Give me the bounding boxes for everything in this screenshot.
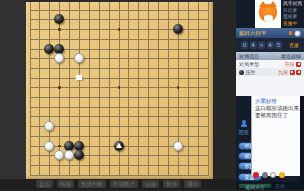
list-row[interactable]: 连胜九段 [236, 68, 304, 76]
game-meta-lines: 高手对局升段赛慢棋赛直播中 [283, 0, 304, 26]
clock-tile: 0 [241, 41, 248, 49]
white-stone [64, 150, 74, 160]
star-point [177, 86, 180, 89]
last-move-triangle-marker [116, 143, 122, 148]
toolbar-button[interactable]: 悔棋 [57, 180, 74, 188]
grid-line [30, 78, 209, 79]
grid-line [30, 175, 209, 176]
black-stone [74, 141, 84, 151]
grid-line [89, 2, 90, 176]
clock-tile: × [258, 41, 265, 49]
black-stone [64, 141, 74, 151]
meta-line: 高手对局 [283, 0, 303, 6]
clock-side-text: 直播 [289, 42, 299, 48]
toolbar-button[interactable]: 认输 [142, 180, 159, 188]
red-badge-icon [296, 62, 301, 67]
grid-line [39, 2, 40, 176]
star-point [118, 86, 121, 89]
sidebar-bottom-text: 在线 [275, 183, 285, 189]
emoji-button[interactable] [253, 172, 259, 178]
red-badge-icon [290, 70, 295, 75]
grid-line [30, 2, 31, 176]
grid-line [30, 39, 209, 40]
black-stone-icon [239, 70, 244, 75]
meta-line: 慢棋赛 [283, 13, 303, 19]
meta-line: 直播中 [283, 20, 303, 26]
star-point [58, 86, 61, 89]
grid-line [30, 116, 209, 117]
toolbar-button[interactable]: 暂停 [163, 180, 180, 188]
right-sidebar: 高手对局升段赛慢棋赛直播中 贴目六目半 04×45直播 对局信息 最近战绩 对局… [236, 0, 304, 190]
white-stone [74, 53, 84, 63]
bottom-toolbar: 提示悔棋形势判断申请数子认输暂停退出 [0, 179, 237, 191]
grid-line [198, 2, 199, 176]
grid-line [148, 2, 149, 176]
emoji-button[interactable] [262, 172, 268, 178]
white-stone [44, 121, 54, 131]
emoji-button[interactable] [270, 172, 276, 178]
chat-scrollbar[interactable] [300, 96, 304, 182]
list-row[interactable] [236, 76, 304, 84]
chat-message: 这白棋应该跳出来才对吧 感觉要被黑围住了 [255, 105, 304, 119]
black-stone [173, 24, 183, 34]
list-header-left: 对局信息 [239, 52, 259, 60]
clock-tile: 5 [275, 41, 282, 49]
grid-line [99, 2, 100, 176]
meta-line: 升段赛 [283, 7, 303, 13]
list-header-right: 最近战绩 [281, 52, 301, 60]
grid-line [188, 2, 189, 176]
left-margin [0, 0, 26, 179]
white-stone [54, 150, 64, 160]
chat-panel: 大家好呀这白棋应该跳出来才对吧 感觉要被黑围住了 [251, 96, 304, 176]
grid-line [30, 68, 209, 69]
clock-bar: 04×45直播 [236, 38, 304, 52]
grid-line [30, 126, 209, 127]
grid-line [30, 165, 209, 166]
toolbar-button[interactable]: 退出 [184, 180, 201, 188]
grid-line [30, 107, 209, 108]
star-point [58, 28, 61, 31]
status-dot-icon [289, 31, 293, 35]
grid-line [30, 10, 209, 11]
star-point [118, 28, 121, 31]
app-window: 提示悔棋形势判断申请数子认输暂停退出 高手对局升段赛慢棋赛直播中 贴目六目半 0… [0, 0, 304, 190]
grid-line [128, 2, 129, 176]
grid-line [158, 2, 159, 176]
toolbar-button[interactable]: 申请数子 [110, 180, 138, 188]
white-stone-icon [294, 30, 301, 37]
black-stone [74, 150, 84, 160]
grid-line [30, 97, 209, 98]
info-list: 对局类型升段连胜九段 [236, 60, 304, 96]
player-info-bar[interactable]: 贴目六目半 [236, 28, 304, 38]
grid-line [138, 2, 139, 176]
white-stone [173, 141, 183, 151]
black-stone [114, 141, 124, 151]
spectator-column: 围观 申请棋谱形势复盘退出 [236, 96, 251, 190]
spectator-label: 围观 [237, 129, 250, 135]
grid-line [168, 2, 169, 176]
grid-line [30, 136, 209, 137]
clock-tile: 4 [267, 41, 274, 49]
avatar[interactable] [255, 0, 281, 28]
player-info-label: 贴目六目半 [239, 30, 289, 37]
emoji-button[interactable] [279, 172, 285, 178]
list-header: 对局信息 最近战绩 [236, 52, 304, 60]
white-stone [54, 53, 64, 63]
emoji-row [253, 172, 285, 178]
return-lobby-button[interactable]: 返回大厅 [238, 183, 272, 190]
black-stone [54, 44, 64, 54]
grid-line [208, 2, 209, 176]
red-badge-icon [296, 70, 301, 75]
square-marker [76, 75, 82, 81]
list-row[interactable]: 对局类型升段 [236, 60, 304, 68]
clock-tile: 4 [250, 41, 257, 49]
spectator-icon[interactable] [240, 120, 247, 127]
toolbar-button[interactable]: 形势判断 [78, 180, 106, 188]
toolbar-button[interactable]: 提示 [36, 180, 53, 188]
fox-mascot-icon [259, 4, 277, 22]
sidebar-bottom-bar: 返回大厅 在线 [236, 182, 304, 190]
star-point [58, 145, 61, 148]
go-board[interactable] [26, 2, 213, 179]
chat-message: 大家好呀 [255, 98, 304, 105]
white-stone [44, 141, 54, 151]
black-stone [54, 14, 64, 24]
black-stone [44, 44, 54, 54]
grid-line [109, 2, 110, 176]
